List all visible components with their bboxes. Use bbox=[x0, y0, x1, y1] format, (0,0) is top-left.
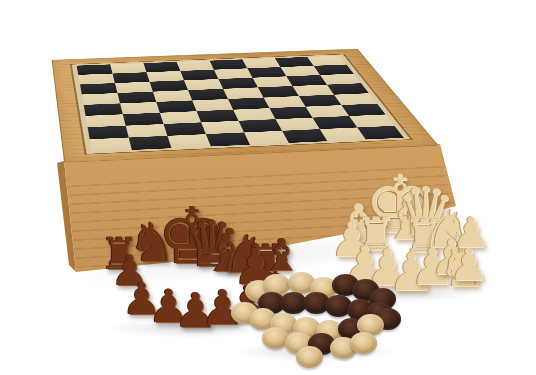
board-square bbox=[206, 132, 250, 146]
board-square bbox=[167, 134, 210, 148]
checker-disc-light bbox=[296, 346, 323, 368]
board-square bbox=[244, 131, 289, 145]
board-inner-margin bbox=[72, 54, 411, 153]
board-square bbox=[90, 138, 132, 152]
board-square bbox=[357, 126, 404, 140]
chess-piece-light-pawn: ♟ bbox=[449, 243, 488, 287]
board-grid bbox=[77, 56, 404, 152]
chessboard bbox=[52, 49, 439, 163]
chess-set-product-photo: ♜♞♚♛♝♞♜♝♟♟♟♟♟♟♟♟ ♝♚♝♛♜♜♞♟♟♟♟♟♟♞♟♟ bbox=[0, 0, 536, 375]
checker-disc-light bbox=[350, 332, 377, 354]
board-square bbox=[129, 136, 172, 150]
